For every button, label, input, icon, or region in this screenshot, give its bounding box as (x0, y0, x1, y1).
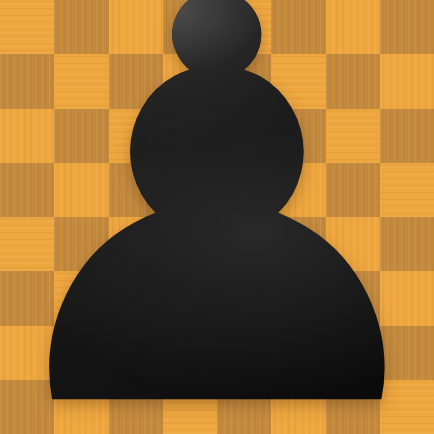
board-square (163, 217, 217, 271)
board-square (163, 163, 217, 217)
board-square (271, 163, 325, 217)
board-square (326, 380, 380, 434)
board-square (163, 326, 217, 380)
board-square (163, 0, 217, 54)
board-square (54, 271, 108, 325)
board-square (217, 109, 271, 163)
board-square (217, 271, 271, 325)
board-square (271, 54, 325, 108)
board-square (271, 109, 325, 163)
board-square (217, 217, 271, 271)
board-square (0, 380, 54, 434)
board-square (326, 217, 380, 271)
board-square (380, 54, 434, 108)
board-square (109, 217, 163, 271)
board-square (54, 163, 108, 217)
board-square (271, 380, 325, 434)
board-square (54, 0, 108, 54)
board-square (109, 0, 163, 54)
board-square (109, 109, 163, 163)
board-square (326, 271, 380, 325)
board-square (380, 271, 434, 325)
board-square (380, 163, 434, 217)
board-square (217, 326, 271, 380)
board-square (326, 109, 380, 163)
board-square (109, 326, 163, 380)
board-square (54, 217, 108, 271)
board-square (163, 109, 217, 163)
board-square (217, 0, 271, 54)
chess-board (0, 0, 434, 434)
board-square (109, 54, 163, 108)
board-square (271, 0, 325, 54)
board-square (54, 326, 108, 380)
board-square (380, 109, 434, 163)
board-square (217, 54, 271, 108)
board-square (380, 0, 434, 54)
board-square (163, 271, 217, 325)
board-square (380, 380, 434, 434)
board-square (0, 271, 54, 325)
board-square (271, 271, 325, 325)
board-square (163, 380, 217, 434)
board-square (380, 326, 434, 380)
board-square (271, 326, 325, 380)
board-square (326, 326, 380, 380)
board-square (0, 54, 54, 108)
board-square (0, 217, 54, 271)
board-square (54, 380, 108, 434)
chess-app-icon[interactable]: ♟ (0, 0, 434, 434)
board-square (109, 163, 163, 217)
board-square (271, 217, 325, 271)
board-square (326, 54, 380, 108)
board-square (326, 163, 380, 217)
board-square (54, 109, 108, 163)
board-square (109, 380, 163, 434)
board-square (0, 163, 54, 217)
board-square (109, 271, 163, 325)
board-square (0, 326, 54, 380)
board-square (380, 217, 434, 271)
board-square (217, 163, 271, 217)
board-square (54, 54, 108, 108)
board-square (326, 0, 380, 54)
board-square (217, 380, 271, 434)
board-square (163, 54, 217, 108)
board-square (0, 0, 54, 54)
board-square (0, 109, 54, 163)
